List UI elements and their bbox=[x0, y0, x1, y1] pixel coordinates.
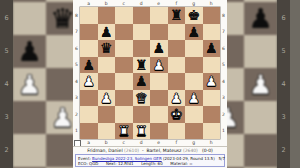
piece-white-pawn[interactable]: ♟ bbox=[203, 73, 221, 90]
board-square[interactable] bbox=[133, 40, 151, 57]
coordinate-label: 1 bbox=[73, 123, 80, 140]
piece-white-pawn[interactable]: ♟ bbox=[98, 90, 116, 107]
piece-black-pawn[interactable]: ♟ bbox=[150, 40, 168, 57]
background-coordinate-label: 5 bbox=[277, 35, 290, 68]
event-line: Event: Bundesliga 2022-23, Solingen GER … bbox=[78, 156, 222, 161]
board-square[interactable] bbox=[150, 7, 168, 24]
coordinate-label: h bbox=[203, 139, 221, 146]
board-square[interactable] bbox=[80, 7, 98, 24]
event-detail: (2023-04-29, Round 13.5) bbox=[162, 156, 215, 161]
board-square[interactable]: ♟ bbox=[150, 57, 168, 74]
board-square[interactable]: ♛ bbox=[98, 40, 116, 57]
chess-board[interactable]: ♜♚♟♟♛♟♟♟♜♟♟♟♟♟♛♟♟♚♜♜ bbox=[80, 7, 220, 139]
piece-white-pawn[interactable]: ♟ bbox=[150, 57, 168, 74]
piece-white-pawn[interactable]: ♟ bbox=[185, 90, 203, 107]
coordinate-label: d bbox=[133, 0, 151, 7]
board-square[interactable]: ♚ bbox=[185, 7, 203, 24]
coordinate-label: 1 bbox=[220, 123, 227, 140]
piece-black-pawn[interactable]: ♟ bbox=[133, 73, 151, 90]
rank-labels-right: 87654321 bbox=[220, 7, 227, 139]
background-coordinate-label: 6 bbox=[277, 2, 290, 35]
background-coordinate-label: 6 bbox=[0, 2, 13, 35]
board-square[interactable]: ♟ bbox=[168, 90, 186, 107]
coordinate-label: h bbox=[203, 0, 221, 7]
board-square[interactable] bbox=[115, 73, 133, 90]
piece-black-pawn: ♟ bbox=[13, 35, 46, 68]
piece-black-pawn[interactable]: ♟ bbox=[98, 24, 116, 41]
coordinate-label: 6 bbox=[73, 40, 80, 57]
piece-white-pawn: ♟ bbox=[244, 68, 277, 101]
board-square[interactable] bbox=[168, 73, 186, 90]
board-square[interactable]: ♜ bbox=[168, 7, 186, 24]
board-square[interactable] bbox=[133, 106, 151, 123]
piece-black-pawn[interactable]: ♟ bbox=[203, 40, 221, 57]
coordinate-label: 7 bbox=[220, 24, 227, 41]
coordinate-label: c bbox=[115, 139, 133, 146]
board-square[interactable]: ♟ bbox=[98, 24, 116, 41]
board-square[interactable] bbox=[80, 106, 98, 123]
board-square[interactable] bbox=[150, 123, 168, 140]
board-square[interactable] bbox=[98, 106, 116, 123]
coordinate-label: g bbox=[185, 139, 203, 146]
coordinate-label: e bbox=[150, 139, 168, 146]
piece-black-king[interactable]: ♚ bbox=[185, 7, 203, 24]
piece-black-rook[interactable]: ♜ bbox=[133, 57, 151, 74]
board-square[interactable] bbox=[98, 57, 116, 74]
background-coordinate-label: 2 bbox=[0, 134, 13, 167]
board-square[interactable] bbox=[150, 90, 168, 107]
board-square[interactable]: ♜ bbox=[133, 57, 151, 74]
board-square bbox=[13, 2, 46, 35]
game-result: (0-0) bbox=[202, 148, 213, 153]
board-square[interactable] bbox=[115, 40, 133, 57]
board-square bbox=[244, 167, 277, 168]
board-square[interactable]: ♟ bbox=[98, 90, 116, 107]
coordinate-label: 3 bbox=[73, 90, 80, 107]
rank-labels-left: 87654321 bbox=[73, 7, 80, 139]
board-square[interactable] bbox=[115, 24, 133, 41]
background-coordinate-label: 4 bbox=[0, 68, 13, 101]
piece-black-pawn[interactable]: ♟ bbox=[80, 57, 98, 74]
board-square[interactable] bbox=[115, 57, 133, 74]
board-square[interactable] bbox=[203, 57, 221, 74]
piece-black-rook[interactable]: ♜ bbox=[168, 7, 186, 24]
board-square[interactable] bbox=[185, 57, 203, 74]
white-player-rating: (2610) bbox=[123, 148, 139, 153]
piece-white-rook[interactable]: ♜ bbox=[115, 123, 133, 140]
board-square[interactable]: ♜ bbox=[115, 123, 133, 140]
board-square[interactable]: ♟ bbox=[150, 40, 168, 57]
board-square[interactable]: ♟ bbox=[185, 24, 203, 41]
event-label: Event: bbox=[78, 156, 92, 161]
event-link[interactable]: Bundesliga 2022-23, Solingen GER bbox=[92, 156, 162, 161]
white-player-name: Fridman, Daniel bbox=[87, 148, 122, 153]
board-square[interactable]: ♟ bbox=[203, 73, 221, 90]
coordinate-label: f bbox=[168, 139, 186, 146]
coordinate-label: a bbox=[80, 0, 98, 7]
players-line: Fridman, Daniel (2610) - Bartel, Mateusz… bbox=[73, 148, 227, 153]
board-square bbox=[13, 167, 46, 168]
board-square[interactable] bbox=[203, 106, 221, 123]
background-coordinate-label: 3 bbox=[277, 101, 290, 134]
coordinate-label: 5 bbox=[220, 57, 227, 74]
board-square[interactable] bbox=[133, 24, 151, 41]
board-square: ♟ bbox=[13, 35, 46, 68]
board-square[interactable] bbox=[80, 90, 98, 107]
board-square[interactable]: ♜ bbox=[133, 123, 151, 140]
board-square[interactable] bbox=[168, 24, 186, 41]
board-square[interactable] bbox=[98, 123, 116, 140]
coordinate-label: 4 bbox=[220, 73, 227, 90]
piece-white-queen[interactable]: ♛ bbox=[133, 90, 151, 107]
board-square bbox=[244, 35, 277, 68]
coordinate-label: g bbox=[185, 0, 203, 7]
board-square[interactable] bbox=[115, 106, 133, 123]
coordinate-label: f bbox=[168, 0, 186, 7]
board-square bbox=[13, 134, 46, 167]
board-square[interactable]: ♟ bbox=[185, 90, 203, 107]
board-square[interactable] bbox=[203, 123, 221, 140]
coordinate-label: 4 bbox=[73, 73, 80, 90]
board-square[interactable]: ♟ bbox=[80, 73, 98, 90]
piece-white-pawn: ♟ bbox=[13, 68, 46, 101]
piece-white-rook[interactable]: ♜ bbox=[133, 123, 151, 140]
stats-line: ECO: QGD Next: 12.Rfd1 Length: 60 Materi… bbox=[78, 161, 222, 166]
chess-app-frame: ♜♚♟♟♛♟♟♟♜♟♟♟♟♟♛♟♟♚♜♜ 87654321 87654321 a… bbox=[0, 0, 300, 168]
board-square[interactable] bbox=[203, 90, 221, 107]
board-square[interactable]: ♟ bbox=[80, 57, 98, 74]
coordinate-label: b bbox=[98, 139, 116, 146]
board-square[interactable] bbox=[150, 106, 168, 123]
coordinate-label: 8 bbox=[220, 7, 227, 24]
board-square[interactable] bbox=[168, 57, 186, 74]
board-square[interactable] bbox=[185, 40, 203, 57]
black-player-rating: (2640) bbox=[181, 148, 197, 153]
background-coordinate-label: 2 bbox=[277, 134, 290, 167]
board-square[interactable] bbox=[150, 24, 168, 41]
background-coordinate-label: 4 bbox=[277, 68, 290, 101]
board-square: ♟ bbox=[13, 68, 46, 101]
background-coordinate-label: 3 bbox=[0, 101, 13, 134]
background-rank-strip-left: 87654321 bbox=[0, 0, 13, 168]
file-labels-top: abcdefgh bbox=[80, 0, 220, 7]
board-square[interactable] bbox=[80, 24, 98, 41]
board-square[interactable] bbox=[150, 73, 168, 90]
board-square[interactable] bbox=[185, 73, 203, 90]
file-labels-bottom: abcdefgh bbox=[80, 139, 220, 146]
coordinate-label: 5 bbox=[73, 57, 80, 74]
board-square[interactable]: ♚ bbox=[168, 106, 186, 123]
piece-white-pawn[interactable]: ♟ bbox=[80, 73, 98, 90]
board-square: ♟ bbox=[244, 68, 277, 101]
board-square[interactable]: ♟ bbox=[133, 73, 151, 90]
board-square bbox=[244, 134, 277, 167]
black-player-name: Bartel, Mateusz bbox=[146, 148, 181, 153]
board-square[interactable] bbox=[115, 90, 133, 107]
board-square: ♟ bbox=[244, 2, 277, 35]
coordinate-label: a bbox=[80, 139, 98, 146]
piece-black-pawn: ♟ bbox=[244, 2, 277, 35]
board-square[interactable] bbox=[133, 7, 151, 24]
board-square bbox=[244, 101, 277, 134]
background-coordinate-label: 1 bbox=[0, 167, 13, 168]
background-rank-strip-right: 87654321 bbox=[277, 0, 290, 168]
coordinate-label: e bbox=[150, 0, 168, 7]
coordinate-label: 8 bbox=[73, 7, 80, 24]
board-square[interactable] bbox=[168, 123, 186, 140]
board-square[interactable] bbox=[168, 40, 186, 57]
event-score: 5/7 bbox=[215, 156, 225, 161]
piece-white-pawn[interactable]: ♟ bbox=[168, 90, 186, 107]
board-square[interactable]: ♛ bbox=[133, 90, 151, 107]
board-square[interactable] bbox=[98, 7, 116, 24]
coordinate-label: c bbox=[115, 0, 133, 7]
board-square[interactable] bbox=[80, 40, 98, 57]
coordinate-label: 2 bbox=[73, 106, 80, 123]
board-square[interactable] bbox=[98, 73, 116, 90]
diagram-panel: abcdefgh ♜♚♟♟♛♟♟♟♜♟♟♟♟♟♛♟♟♚♜♜ 87654321 8… bbox=[73, 0, 227, 168]
event-info-box: Event: Bundesliga 2022-23, Solingen GER … bbox=[75, 154, 225, 167]
coordinate-label: 2 bbox=[220, 106, 227, 123]
board-square bbox=[13, 101, 46, 134]
coordinate-label: 3 bbox=[220, 90, 227, 107]
board-square[interactable] bbox=[185, 123, 203, 140]
board-square[interactable] bbox=[203, 24, 221, 41]
board-square[interactable]: ♟ bbox=[203, 40, 221, 57]
board-square[interactable] bbox=[203, 7, 221, 24]
piece-black-queen[interactable]: ♛ bbox=[98, 40, 116, 57]
piece-black-pawn[interactable]: ♟ bbox=[185, 24, 203, 41]
coordinate-label: d bbox=[133, 139, 151, 146]
coordinate-label: 6 bbox=[220, 40, 227, 57]
board-square[interactable] bbox=[115, 7, 133, 24]
coordinate-label: b bbox=[98, 0, 116, 7]
coordinate-label: 7 bbox=[73, 24, 80, 41]
game-info-strip: Fridman, Daniel (2610) - Bartel, Mateusz… bbox=[73, 146, 227, 168]
background-coordinate-label: 1 bbox=[277, 167, 290, 168]
piece-white-king[interactable]: ♚ bbox=[168, 106, 186, 123]
board-square[interactable] bbox=[185, 106, 203, 123]
board-square[interactable] bbox=[80, 123, 98, 140]
background-coordinate-label: 5 bbox=[0, 35, 13, 68]
